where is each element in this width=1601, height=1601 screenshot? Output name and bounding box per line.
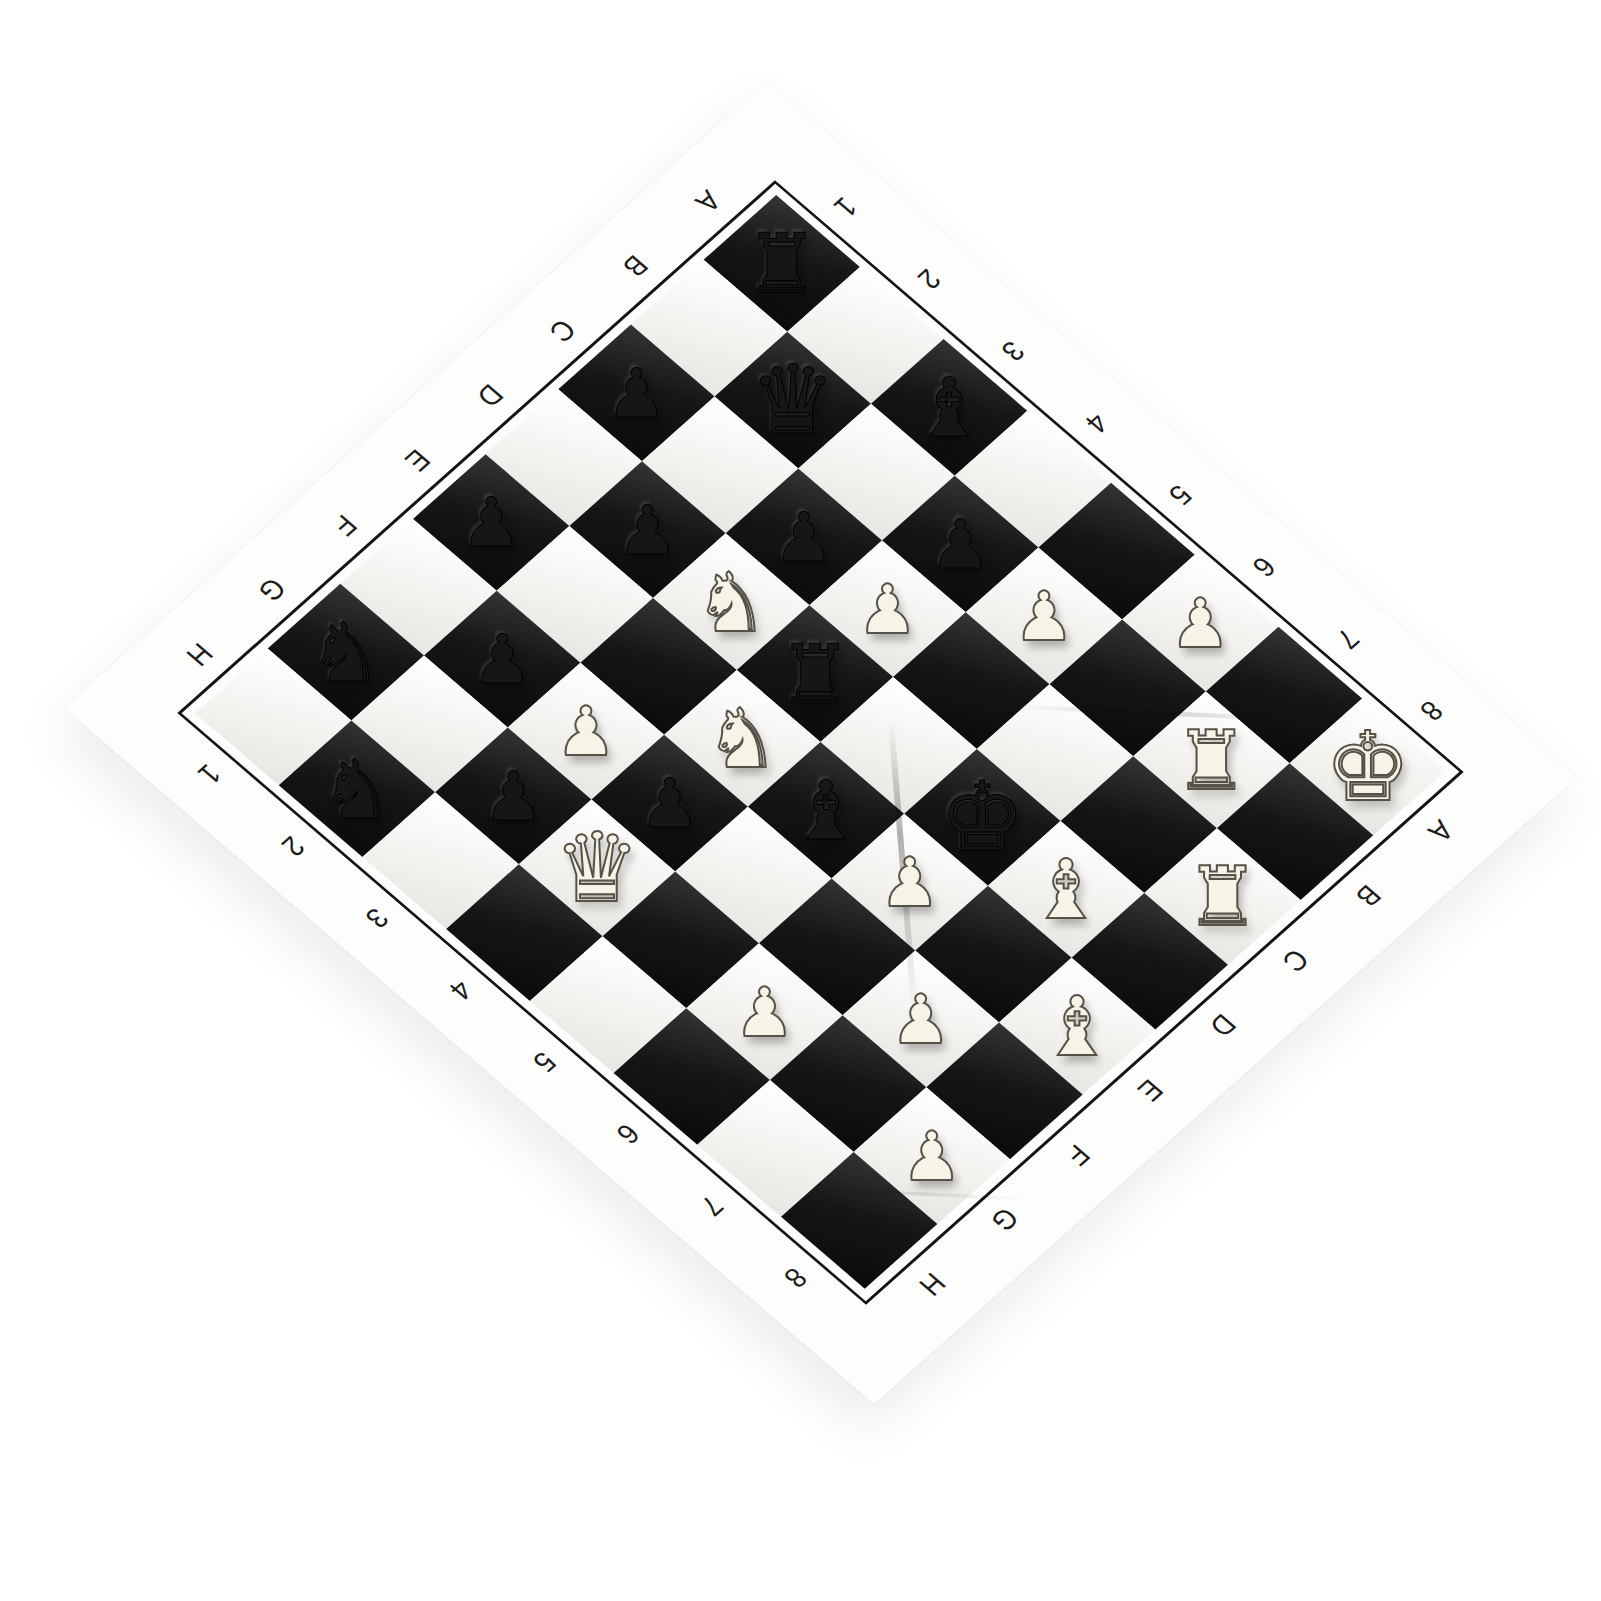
rank-label-bottom-4: 4 xyxy=(444,975,478,1004)
rank-label-bottom-3: 3 xyxy=(360,903,394,932)
square-b2[interactable]: ♛ xyxy=(715,332,871,469)
file-label-left-B: B xyxy=(618,250,654,281)
piece-white-B-e8[interactable]: ♝ xyxy=(1022,971,1132,1081)
square-g1[interactable]: ♞ xyxy=(268,584,424,721)
file-label-right-H: H xyxy=(914,1268,951,1300)
piece-white-P-g6[interactable]: ♟ xyxy=(709,957,819,1067)
rank-label-bottom-6: 6 xyxy=(611,1119,645,1148)
rank-label-top-5: 5 xyxy=(1163,480,1197,509)
square-b5[interactable]: ♟ xyxy=(966,548,1122,685)
rank-label-top-4: 4 xyxy=(1080,408,1114,437)
piece-black-R-a1[interactable]: ♜ xyxy=(727,208,837,318)
piece-black-N-g1[interactable]: ♞ xyxy=(291,597,401,707)
rank-label-top-7: 7 xyxy=(1331,624,1365,653)
square-d7[interactable]: ♝ xyxy=(988,821,1144,958)
square-c1[interactable]: ♟ xyxy=(558,325,714,462)
piece-white-K-a8[interactable]: ♚ xyxy=(1313,712,1423,822)
piece-black-P-e1[interactable]: ♟ xyxy=(436,467,546,577)
piece-white-P-f7[interactable]: ♟ xyxy=(866,964,976,1074)
rank-label-bottom-5: 5 xyxy=(527,1047,561,1076)
vinyl-chess-mat: 12345678 ABCDEFGH ♜♝♟♚♛♟♟♜♟♟♟♜♟♞♜♚♝♟♞♝♟♝… xyxy=(64,81,1578,1405)
rank-label-top-2: 2 xyxy=(912,264,946,293)
chess-board: ♜♝♟♚♛♟♟♜♟♟♟♜♟♞♜♚♝♟♞♝♟♝♟♟♟♟♞♟♛♟♟♞ xyxy=(195,195,1447,1289)
square-h2[interactable]: ♞ xyxy=(279,720,435,857)
square-g6[interactable]: ♟ xyxy=(686,943,842,1080)
piece-white-P-g8[interactable]: ♟ xyxy=(877,1101,987,1211)
file-label-left-D: D xyxy=(472,379,509,411)
board-boundary-line: ♜♝♟♚♛♟♟♜♟♟♟♜♟♞♜♚♝♟♞♝♟♝♟♟♟♟♞♟♛♟♟♞ xyxy=(177,180,1463,1305)
piece-white-Q-g4[interactable]: ♛ xyxy=(542,813,652,923)
square-g4[interactable]: ♛ xyxy=(519,799,675,936)
square-g8[interactable]: ♟ xyxy=(854,1087,1010,1224)
piece-black-N-h2[interactable]: ♞ xyxy=(302,734,412,844)
piece-white-P-b5[interactable]: ♟ xyxy=(989,561,1099,671)
piece-black-B-a3[interactable]: ♝ xyxy=(894,352,1004,462)
file-label-right-F: F xyxy=(1061,1139,1096,1169)
file-label-right-D: D xyxy=(1205,1009,1242,1041)
square-e1[interactable]: ♟ xyxy=(413,454,569,591)
file-label-right-C: C xyxy=(1277,944,1314,976)
mat-inner: 12345678 ABCDEFGH ♜♝♟♚♛♟♟♜♟♟♟♜♟♞♜♚♝♟♞♝♟♝… xyxy=(95,108,1546,1377)
rank-label-bottom-1: 1 xyxy=(193,760,227,789)
file-label-right-B: B xyxy=(1351,880,1387,911)
file-label-right-A: A xyxy=(1423,815,1459,846)
file-label-left-H: H xyxy=(181,638,218,670)
square-c8[interactable]: ♜ xyxy=(1144,828,1300,965)
file-label-left-A: A xyxy=(690,185,726,216)
file-label-left-F: F xyxy=(328,510,363,540)
square-a3[interactable]: ♝ xyxy=(871,339,1027,476)
square-a8[interactable]: ♚ xyxy=(1290,699,1446,836)
rank-label-bottom-7: 7 xyxy=(695,1191,729,1220)
square-b7[interactable]: ♜ xyxy=(1133,691,1289,828)
square-f7[interactable]: ♟ xyxy=(843,951,999,1088)
file-label-left-E: E xyxy=(400,444,436,475)
file-label-right-G: G xyxy=(986,1203,1024,1236)
square-e6[interactable]: ♟ xyxy=(832,814,988,951)
piece-white-R-c8[interactable]: ♜ xyxy=(1167,841,1277,951)
file-label-left-G: G xyxy=(253,573,291,606)
file-label-right-E: E xyxy=(1133,1074,1169,1105)
piece-black-P-c1[interactable]: ♟ xyxy=(581,338,691,448)
rank-label-bottom-8: 8 xyxy=(779,1263,813,1292)
square-e8[interactable]: ♝ xyxy=(999,958,1155,1095)
piece-white-P-a6[interactable]: ♟ xyxy=(1145,568,1255,678)
piece-white-P-e6[interactable]: ♟ xyxy=(855,827,965,937)
product-photo-chess-set: 12345678 ABCDEFGH ♜♝♟♚♛♟♟♜♟♟♟♜♟♞♜♚♝♟♞♝♟♝… xyxy=(0,0,1601,1601)
piece-white-B-d7[interactable]: ♝ xyxy=(1011,834,1121,944)
file-label-left-C: C xyxy=(544,314,581,346)
square-a6[interactable]: ♟ xyxy=(1122,555,1278,692)
piece-black-Q-b2[interactable]: ♛ xyxy=(738,345,848,455)
square-a1[interactable]: ♜ xyxy=(704,195,860,332)
piece-white-R-b7[interactable]: ♜ xyxy=(1156,705,1266,815)
